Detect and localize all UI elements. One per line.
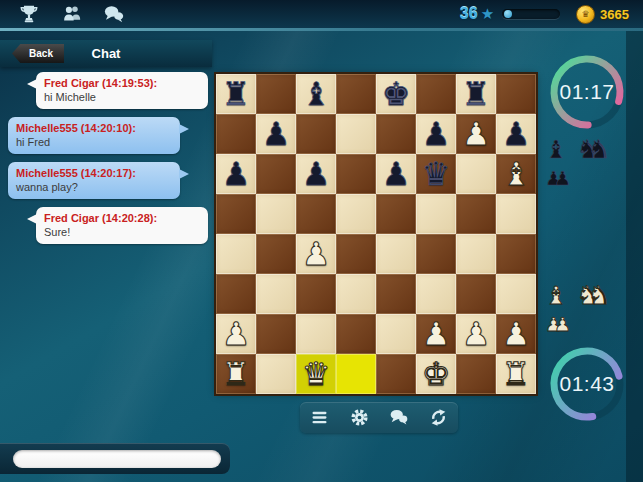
square-b8[interactable]: [256, 74, 296, 114]
square-c1[interactable]: ♛: [296, 354, 336, 394]
level-star-icon: ★: [481, 5, 494, 23]
top-bar-divider: [0, 28, 643, 31]
square-g2[interactable]: ♟: [456, 314, 496, 354]
square-c2[interactable]: [296, 314, 336, 354]
white-pawn: ♟: [422, 314, 451, 354]
square-d5[interactable]: [336, 194, 376, 234]
square-e6[interactable]: ♟: [376, 154, 416, 194]
black-pawn: ♟: [222, 154, 251, 194]
square-a2[interactable]: ♟: [216, 314, 256, 354]
game-toolbar: [300, 402, 458, 433]
square-h3[interactable]: [496, 274, 536, 314]
square-d7[interactable]: [336, 114, 376, 154]
black-pawn: ♟: [302, 154, 331, 194]
square-g4[interactable]: [456, 234, 496, 274]
white-clock: 01:43: [547, 344, 627, 424]
white-clock-time: 01:43: [547, 344, 627, 424]
square-e2[interactable]: [376, 314, 416, 354]
square-f2[interactable]: ♟: [416, 314, 456, 354]
square-a6[interactable]: ♟: [216, 154, 256, 194]
white-rook: ♜: [222, 354, 251, 394]
square-e4[interactable]: [376, 234, 416, 274]
white-pawn: ♟: [222, 314, 251, 354]
square-c4[interactable]: ♟: [296, 234, 336, 274]
square-c8[interactable]: ♝: [296, 74, 336, 114]
square-g3[interactable]: [456, 274, 496, 314]
black-clock: 01:17: [547, 52, 627, 132]
flip-board-icon[interactable]: [425, 406, 451, 430]
square-e8[interactable]: ♚: [376, 74, 416, 114]
square-g6[interactable]: [456, 154, 496, 194]
square-h2[interactable]: ♟: [496, 314, 536, 354]
level-value: 36: [460, 5, 478, 23]
square-a4[interactable]: [216, 234, 256, 274]
square-e1[interactable]: [376, 354, 416, 394]
black-pawn: ♟: [422, 114, 451, 154]
captured-black-pieces: ♝♞♞♟♟: [545, 134, 630, 189]
captured-white-pawn-icon: ♟: [554, 313, 571, 335]
settings-gear-icon[interactable]: [346, 406, 372, 430]
app-screen: 36 ★ ♛ 3665 Back Chat Fred Cigar (14:19:…: [0, 0, 643, 482]
square-b3[interactable]: [256, 274, 296, 314]
white-queen: ♛: [302, 354, 331, 394]
square-b4[interactable]: [256, 234, 296, 274]
chat-message: Fred Cigar (14:19:53): hi Michelle: [36, 72, 208, 109]
square-a3[interactable]: [216, 274, 256, 314]
message-text: wanna play?: [16, 180, 172, 194]
square-h4[interactable]: [496, 234, 536, 274]
square-c6[interactable]: ♟: [296, 154, 336, 194]
square-g5[interactable]: [456, 194, 496, 234]
captured-black-bishop-icon: ♝: [545, 136, 567, 164]
player-status-area: 36 ★ ♛ 3665: [460, 5, 629, 24]
black-clock-time: 01:17: [547, 52, 627, 132]
captured-white-bishop-icon: ♝: [545, 282, 567, 310]
message-author-time: Fred Cigar (14:20:28):: [44, 211, 200, 225]
captured-black-pawn-icon: ♟: [554, 167, 571, 189]
square-e7[interactable]: [376, 114, 416, 154]
white-pawn: ♟: [462, 114, 491, 154]
black-pawn: ♟: [502, 114, 531, 154]
chat-message: Fred Cigar (14:20:28): Sure!: [36, 207, 208, 244]
square-g1[interactable]: [456, 354, 496, 394]
xp-progress-dot: [504, 10, 512, 18]
square-c3[interactable]: [296, 274, 336, 314]
square-a8[interactable]: ♜: [216, 74, 256, 114]
chat-message-list: Fred Cigar (14:19:53): hi Michelle Miche…: [0, 72, 212, 252]
message-text: hi Michelle: [44, 90, 200, 104]
square-d8[interactable]: [336, 74, 376, 114]
right-edge-shade: [626, 28, 643, 482]
square-f1[interactable]: ♚: [416, 354, 456, 394]
top-bar: 36 ★ ♛ 3665: [0, 0, 643, 28]
white-king: ♚: [422, 354, 451, 394]
chat-message: Michelle555 (14:20:10): hi Fred: [8, 117, 180, 154]
square-d6[interactable]: [336, 154, 376, 194]
captured-white-pieces: ♝♞♞♟♟: [545, 280, 630, 335]
square-g8[interactable]: ♜: [456, 74, 496, 114]
white-pawn: ♟: [462, 314, 491, 354]
message-author-time: Michelle555 (14:20:17):: [16, 166, 172, 180]
chat-icon[interactable]: [100, 3, 126, 25]
chat-header: Back Chat: [0, 40, 212, 67]
square-d2[interactable]: [336, 314, 376, 354]
square-f4[interactable]: [416, 234, 456, 274]
square-d3[interactable]: [336, 274, 376, 314]
message-text: Sure!: [44, 225, 200, 239]
black-pawn: ♟: [262, 114, 291, 154]
square-h1[interactable]: ♜: [496, 354, 536, 394]
players-icon[interactable]: [58, 3, 84, 25]
black-rook: ♜: [462, 74, 491, 114]
black-pawn: ♟: [382, 154, 411, 194]
message-text: hi Fred: [16, 135, 172, 149]
white-pawn: ♟: [502, 314, 531, 354]
square-e5[interactable]: [376, 194, 416, 234]
captured-white-knight-icon: ♞: [588, 282, 610, 310]
chat-message-input[interactable]: [13, 450, 221, 468]
square-c5[interactable]: [296, 194, 336, 234]
chess-board: ♜♝♚♜♟♟♟♟♟♟♟♛♝♟♟♟♟♟♜♛♚♜: [216, 74, 536, 394]
square-g7[interactable]: ♟: [456, 114, 496, 154]
black-king: ♚: [382, 74, 411, 114]
square-a5[interactable]: [216, 194, 256, 234]
chat-bubbles-icon[interactable]: [386, 406, 412, 430]
square-f7[interactable]: ♟: [416, 114, 456, 154]
white-bishop: ♝: [502, 154, 531, 194]
square-a1[interactable]: ♜: [216, 354, 256, 394]
square-d1[interactable]: [336, 354, 376, 394]
trophy-icon[interactable]: [16, 3, 42, 25]
square-h5[interactable]: [496, 194, 536, 234]
square-f3[interactable]: [416, 274, 456, 314]
black-rook: ♜: [222, 74, 251, 114]
xp-progress-bar: [502, 9, 560, 19]
square-c7[interactable]: [296, 114, 336, 154]
coin-icon[interactable]: ♛: [576, 5, 595, 24]
message-author-time: Michelle555 (14:20:10):: [16, 121, 172, 135]
captured-black-knight-icon: ♞: [588, 136, 610, 164]
chat-message: Michelle555 (14:20:17): wanna play?: [8, 162, 180, 199]
square-b7[interactable]: ♟: [256, 114, 296, 154]
message-author-time: Fred Cigar (14:19:53):: [44, 76, 200, 90]
white-pawn: ♟: [302, 234, 331, 274]
back-button[interactable]: Back: [12, 44, 64, 63]
coin-count: 3665: [600, 7, 629, 22]
square-h7[interactable]: ♟: [496, 114, 536, 154]
square-f8[interactable]: [416, 74, 456, 114]
black-bishop: ♝: [302, 74, 331, 114]
chat-input-bar: [0, 443, 230, 474]
square-b2[interactable]: [256, 314, 296, 354]
black-queen: ♛: [422, 154, 451, 194]
square-b1[interactable]: [256, 354, 296, 394]
square-e3[interactable]: [376, 274, 416, 314]
square-h8[interactable]: [496, 74, 536, 114]
square-b6[interactable]: [256, 154, 296, 194]
square-f6[interactable]: ♛: [416, 154, 456, 194]
white-rook: ♜: [502, 354, 531, 394]
square-f5[interactable]: [416, 194, 456, 234]
square-d4[interactable]: [336, 234, 376, 274]
square-a7[interactable]: [216, 114, 256, 154]
square-h6[interactable]: ♝: [496, 154, 536, 194]
menu-icon[interactable]: [307, 406, 333, 430]
square-b5[interactable]: [256, 194, 296, 234]
